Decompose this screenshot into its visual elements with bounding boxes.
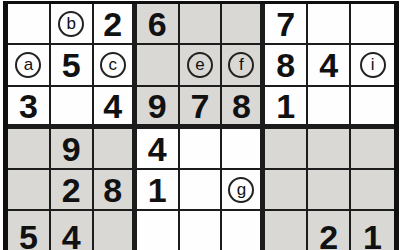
cell-r3c6[interactable]: 8	[222, 87, 265, 129]
sudoku-screenshot: b267a5cef84i34978194281g5421	[0, 0, 400, 250]
cell-r6c1[interactable]: 5	[8, 211, 51, 250]
cell-r1c9[interactable]	[351, 4, 394, 45]
cell-r5c9[interactable]	[351, 170, 394, 211]
cell-r4c2[interactable]: 9	[51, 129, 94, 170]
cell-r2c7[interactable]: 8	[265, 45, 308, 87]
given-digit: 8	[276, 48, 295, 82]
circled-letter-g: g	[228, 177, 254, 203]
cell-r1c3[interactable]: 2	[94, 4, 137, 45]
given-digit: 4	[62, 220, 81, 250]
cell-r6c4[interactable]	[137, 211, 180, 250]
given-digit: 1	[276, 89, 295, 123]
given-digit: 7	[276, 7, 295, 41]
cell-r2c5[interactable]: e	[180, 45, 223, 87]
circled-letter-e: e	[187, 52, 213, 78]
circled-letter-c: c	[100, 52, 126, 78]
cell-r2c8[interactable]: 4	[308, 45, 351, 87]
cell-r3c9[interactable]	[351, 87, 394, 129]
cell-r4c5[interactable]	[180, 129, 223, 170]
sudoku-grid: b267a5cef84i34978194281g5421	[8, 4, 394, 250]
cell-r3c4[interactable]: 9	[137, 87, 180, 129]
cell-r6c8[interactable]: 2	[308, 211, 351, 250]
cell-r1c6[interactable]	[222, 4, 265, 45]
cell-r2c9[interactable]: i	[351, 45, 394, 87]
given-digit: 1	[148, 173, 167, 207]
cell-r6c3[interactable]	[94, 211, 137, 250]
cell-r1c8[interactable]	[308, 4, 351, 45]
cell-r3c2[interactable]	[51, 87, 94, 129]
given-digit: 4	[319, 48, 338, 82]
given-digit: 9	[148, 89, 167, 123]
cell-r5c1[interactable]	[8, 170, 51, 211]
cell-r5c7[interactable]	[265, 170, 308, 211]
given-digit: 4	[103, 89, 122, 123]
given-digit: 2	[62, 173, 81, 207]
cell-r6c6[interactable]	[222, 211, 265, 250]
cell-r5c4[interactable]: 1	[137, 170, 180, 211]
cell-r3c8[interactable]	[308, 87, 351, 129]
circled-letter-f: f	[228, 52, 254, 78]
cell-r4c8[interactable]	[308, 129, 351, 170]
circled-letter-i: i	[360, 52, 386, 78]
given-digit: 2	[319, 220, 338, 250]
given-digit: 8	[103, 173, 122, 207]
circled-letter-b: b	[58, 11, 84, 37]
cell-r6c2[interactable]: 4	[51, 211, 94, 250]
given-digit: 6	[148, 7, 167, 41]
given-digit: 4	[148, 132, 167, 166]
given-digit: 5	[19, 220, 38, 250]
cell-r6c9[interactable]: 1	[351, 211, 394, 250]
cell-r6c5[interactable]	[180, 211, 223, 250]
cell-r3c1[interactable]: 3	[8, 87, 51, 129]
given-digit: 3	[19, 89, 38, 123]
cell-r1c5[interactable]	[180, 4, 223, 45]
sudoku-board: b267a5cef84i34978194281g5421	[3, 1, 399, 250]
cell-r1c4[interactable]: 6	[137, 4, 180, 45]
cell-r2c3[interactable]: c	[94, 45, 137, 87]
cell-r4c9[interactable]	[351, 129, 394, 170]
cell-r4c1[interactable]	[8, 129, 51, 170]
cell-r3c7[interactable]: 1	[265, 87, 308, 129]
cell-r5c5[interactable]	[180, 170, 223, 211]
cell-r1c7[interactable]: 7	[265, 4, 308, 45]
cell-r2c6[interactable]: f	[222, 45, 265, 87]
cell-r3c5[interactable]: 7	[180, 87, 223, 129]
cell-r4c7[interactable]	[265, 129, 308, 170]
cell-r5c2[interactable]: 2	[51, 170, 94, 211]
cell-r2c2[interactable]: 5	[51, 45, 94, 87]
given-digit: 2	[103, 7, 122, 41]
cell-r4c3[interactable]	[94, 129, 137, 170]
given-digit: 8	[232, 89, 251, 123]
cell-r5c8[interactable]	[308, 170, 351, 211]
given-digit: 7	[191, 89, 210, 123]
given-digit: 5	[62, 48, 81, 82]
cell-r1c1[interactable]	[8, 4, 51, 45]
given-digit: 9	[62, 132, 81, 166]
circled-letter-a: a	[15, 52, 41, 78]
cell-r1c2[interactable]: b	[51, 4, 94, 45]
cell-r6c7[interactable]	[265, 211, 308, 250]
cell-r2c4[interactable]	[137, 45, 180, 87]
cell-r2c1[interactable]: a	[8, 45, 51, 87]
given-digit: 1	[363, 220, 382, 250]
cell-r5c3[interactable]: 8	[94, 170, 137, 211]
cell-r5c6[interactable]: g	[222, 170, 265, 211]
cell-r4c6[interactable]	[222, 129, 265, 170]
cell-r3c3[interactable]: 4	[94, 87, 137, 129]
cell-r4c4[interactable]: 4	[137, 129, 180, 170]
